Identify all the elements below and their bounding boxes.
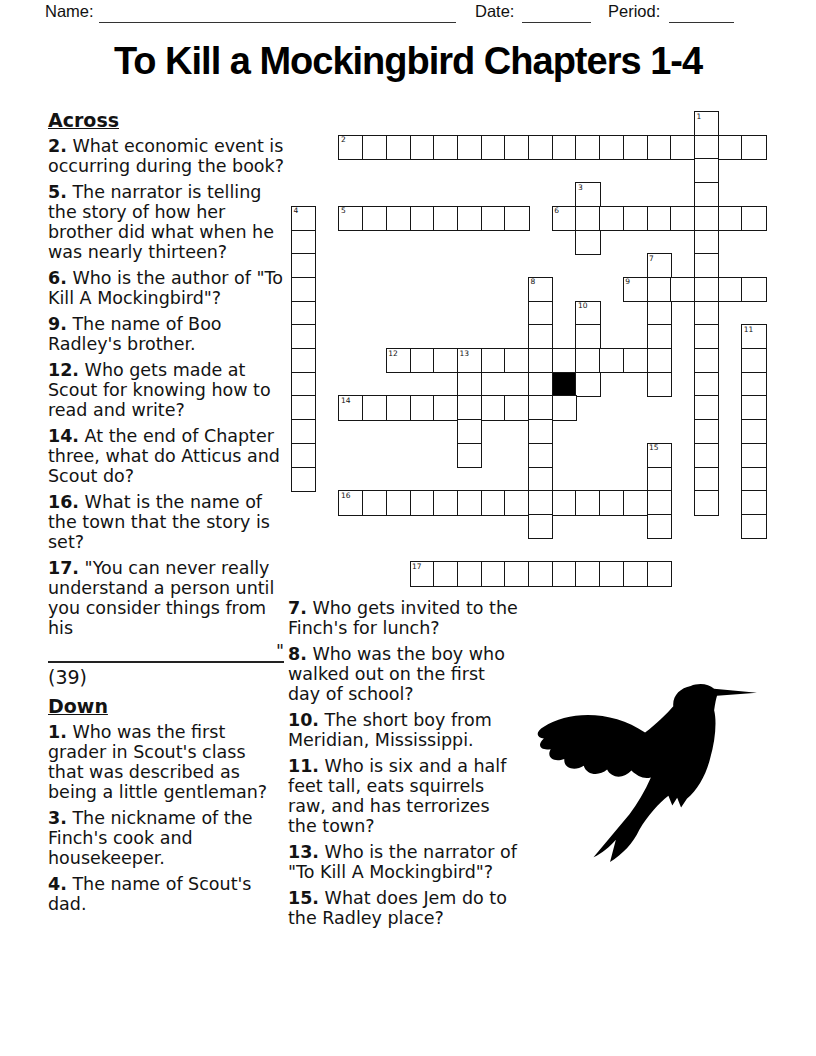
clue-number: 12.	[48, 360, 79, 380]
grid-cell[interactable]	[694, 395, 719, 420]
grid-cell[interactable]	[481, 206, 506, 231]
clue-number-label: 7	[649, 255, 654, 263]
clue-number-label: 5	[341, 207, 346, 215]
grid-cell[interactable]	[291, 372, 316, 397]
grid-cell[interactable]	[504, 490, 529, 515]
grid-cell[interactable]	[291, 253, 316, 278]
grid-cell[interactable]	[623, 490, 648, 515]
clue-number: 6.	[48, 268, 67, 288]
grid-cell[interactable]	[410, 135, 435, 160]
clue-number-label: 10	[578, 302, 588, 310]
clue-number-label: 17	[412, 563, 422, 571]
grid-cell[interactable]	[647, 561, 672, 586]
grid-cell[interactable]	[362, 490, 387, 515]
grid-cell[interactable]	[741, 419, 766, 444]
page-title: To Kill a Mockingbird Chapters 1-4	[0, 40, 816, 83]
grid-cell[interactable]	[718, 135, 743, 160]
grid-cell[interactable]: 7	[647, 253, 672, 278]
clue-number-label: 3	[578, 184, 583, 192]
grid-cell[interactable]	[599, 348, 624, 373]
grid-cell[interactable]	[457, 561, 482, 586]
grid-cell[interactable]	[741, 135, 766, 160]
grid-cell[interactable]: 2	[338, 135, 363, 160]
grid-cell[interactable]	[647, 324, 672, 349]
grid-cell[interactable]	[694, 490, 719, 515]
mockingbird-silhouette-illustration	[533, 683, 761, 863]
grid-cell[interactable]: 9	[623, 277, 648, 302]
grid-cell[interactable]	[528, 395, 553, 420]
grid-cell[interactable]	[410, 490, 435, 515]
grid-cell[interactable]	[504, 561, 529, 586]
grid-cell[interactable]	[741, 443, 766, 468]
grid-cell[interactable]	[575, 135, 600, 160]
grid-cell[interactable]	[552, 490, 577, 515]
clue-number: 10.	[288, 710, 319, 730]
grid-cell[interactable]	[504, 348, 529, 373]
answer-blank-line[interactable]	[48, 658, 284, 663]
grid-cell[interactable]	[623, 135, 648, 160]
clue-6: 6. Who is the author of "To Kill A Mocki…	[48, 268, 284, 308]
clue-12: 12. Who gets made at Scout for knowing h…	[48, 360, 284, 420]
clue-13: 13. Who is the narrator of "To Kill A Mo…	[288, 842, 520, 882]
clue-number: 17.	[48, 558, 79, 578]
grid-cell[interactable]	[433, 395, 458, 420]
date-blank-field[interactable]	[522, 7, 591, 23]
grid-cell[interactable]	[386, 206, 411, 231]
grid-cell[interactable]	[457, 443, 482, 468]
clue-number-label: 13	[459, 350, 469, 358]
grid-cell[interactable]	[291, 419, 316, 444]
grid-cell[interactable]: 15	[647, 443, 672, 468]
grid-cell[interactable]	[741, 372, 766, 397]
grid-cell[interactable]	[504, 206, 529, 231]
grid-cell[interactable]	[481, 395, 506, 420]
clue-5: 5. The narrator is telling the story of …	[48, 182, 284, 262]
grid-cell[interactable]	[457, 206, 482, 231]
grid-cell[interactable]	[504, 135, 529, 160]
grid-cell[interactable]	[552, 135, 577, 160]
grid-cell[interactable]	[528, 135, 553, 160]
grid-cell[interactable]	[552, 395, 577, 420]
grid-cell[interactable]	[528, 490, 553, 515]
clue-number-label: 8	[531, 278, 536, 286]
clue-number-label: 9	[625, 278, 630, 286]
grid-cell[interactable]: 17	[410, 561, 435, 586]
worksheet-page: Name: Date: Period: To Kill a Mockingbir…	[0, 0, 816, 1056]
clue-number: 8.	[288, 644, 307, 664]
clue-17: 17. "You can never really understand a p…	[48, 558, 284, 638]
clue-10: 10. The short boy from Meridian, Mississ…	[288, 710, 520, 750]
grid-cell[interactable]	[694, 182, 719, 207]
grid-cell[interactable]	[433, 206, 458, 231]
grid-cell[interactable]	[647, 514, 672, 539]
grid-cell[interactable]	[291, 324, 316, 349]
grid-cell[interactable]	[528, 372, 553, 397]
clue-number-label: 14	[341, 397, 351, 405]
grid-cell[interactable]: 12	[386, 348, 411, 373]
grid-cell[interactable]	[741, 467, 766, 492]
grid-cell[interactable]	[481, 372, 530, 397]
grid-cell[interactable]	[647, 301, 672, 326]
grid-cell[interactable]	[718, 277, 743, 302]
clue-3: 3. The nickname of the Finch's cook and …	[48, 808, 284, 868]
grid-cell[interactable]	[386, 395, 411, 420]
letter-count: (39)	[48, 666, 284, 688]
clue-7: 7. Who gets invited to the Finch's for l…	[288, 598, 520, 638]
grid-cell[interactable]	[457, 135, 482, 160]
clue-11: 11. Who is six and a half feet tall, eat…	[288, 756, 520, 836]
grid-cell[interactable]	[291, 467, 316, 492]
grid-cell[interactable]	[694, 443, 719, 468]
grid-cell[interactable]	[718, 206, 743, 231]
clue-number: 9.	[48, 314, 67, 334]
grid-cell[interactable]	[741, 490, 766, 515]
closing-quote: "	[48, 644, 284, 658]
clue-number: 13.	[288, 842, 319, 862]
grid-cell[interactable]	[647, 206, 672, 231]
grid-cell[interactable]	[599, 135, 624, 160]
clue-4: 4. The name of Scout's dad.	[48, 874, 284, 914]
grid-cell[interactable]	[410, 206, 435, 231]
grid-cell[interactable]	[291, 443, 316, 468]
date-label: Date:	[475, 2, 514, 21]
grid-cell[interactable]: 16	[338, 490, 363, 515]
grid-cell[interactable]: 4	[291, 206, 316, 231]
grid-cell[interactable]	[552, 348, 577, 373]
grid-cell[interactable]	[457, 372, 482, 397]
clue-number: 7.	[288, 598, 307, 618]
grid-cell[interactable]	[670, 135, 695, 160]
grid-cell[interactable]	[599, 206, 624, 231]
grid-cell[interactable]	[599, 561, 624, 586]
grid-cell[interactable]	[647, 372, 672, 397]
crossword-grid: 1234567891011121314151617	[291, 111, 768, 588]
clue-number: 3.	[48, 808, 67, 828]
clue-2: 2. What economic event is occurring duri…	[48, 136, 284, 176]
clue-1: 1. Who was the first grader in Scout's c…	[48, 722, 284, 802]
grid-cell[interactable]	[528, 467, 553, 492]
clue-number-label: 16	[341, 492, 351, 500]
grid-cell[interactable]	[552, 561, 577, 586]
grid-cell[interactable]	[291, 230, 316, 255]
grid-cell[interactable]	[410, 348, 435, 373]
grid-cell[interactable]	[386, 490, 411, 515]
grid-cell[interactable]	[481, 561, 506, 586]
grid-cell[interactable]	[362, 206, 387, 231]
grid-cell[interactable]	[694, 301, 719, 326]
clue-number-label: 15	[649, 444, 659, 452]
grid-cell[interactable]	[694, 277, 719, 302]
grid-cell[interactable]	[599, 490, 624, 515]
left-clue-column: Across2. What economic event is occurrin…	[48, 110, 284, 920]
grid-cell[interactable]	[741, 514, 766, 539]
grid-cell[interactable]: 13	[457, 348, 482, 373]
grid-cell[interactable]	[481, 348, 506, 373]
grid-cell[interactable]	[647, 135, 672, 160]
grid-cell[interactable]	[410, 395, 435, 420]
period-blank-field[interactable]	[669, 7, 734, 23]
clue-number: 16.	[48, 492, 79, 512]
grid-cell[interactable]	[528, 443, 553, 468]
clue-number: 15.	[288, 888, 319, 908]
clue-number: 4.	[48, 874, 67, 894]
grid-cell[interactable]	[575, 324, 600, 349]
name-blank-field[interactable]	[99, 7, 456, 23]
grid-cell[interactable]	[528, 514, 553, 539]
clue-number-label: 2	[341, 136, 346, 144]
grid-cell[interactable]	[362, 395, 387, 420]
grid-cell[interactable]	[575, 561, 600, 586]
clue-number-label: 11	[744, 326, 754, 334]
grid-cell[interactable]	[647, 490, 672, 515]
black-cell	[552, 372, 577, 397]
clue-number: 2.	[48, 136, 67, 156]
grid-cell[interactable]	[433, 135, 458, 160]
grid-cell[interactable]	[362, 135, 387, 160]
grid-cell[interactable]	[433, 348, 458, 373]
grid-cell[interactable]	[694, 135, 719, 160]
grid-cell[interactable]	[647, 277, 672, 302]
grid-cell[interactable]	[694, 206, 719, 231]
clue-number: 11.	[288, 756, 319, 776]
grid-cell[interactable]: 6	[552, 206, 577, 231]
grid-cell[interactable]: 1	[694, 111, 719, 136]
across-heading: Across	[48, 110, 284, 130]
grid-cell[interactable]	[694, 324, 719, 349]
grid-cell[interactable]	[741, 277, 766, 302]
down-heading: Down	[48, 696, 284, 716]
clue-number-label: 1	[696, 113, 701, 121]
grid-cell[interactable]	[528, 419, 553, 444]
middle-clue-column: 7. Who gets invited to the Finch's for l…	[288, 598, 520, 934]
grid-cell[interactable]	[528, 301, 553, 326]
grid-cell[interactable]	[575, 372, 600, 397]
grid-cell[interactable]	[741, 395, 766, 420]
grid-cell[interactable]	[694, 253, 719, 278]
clue-number-label: 6	[554, 207, 559, 215]
grid-cell[interactable]: 5	[338, 206, 363, 231]
grid-cell[interactable]	[741, 348, 766, 373]
grid-cell[interactable]	[528, 348, 553, 373]
grid-cell[interactable]	[623, 206, 648, 231]
grid-cell[interactable]	[291, 277, 316, 302]
grid-cell[interactable]	[694, 467, 719, 492]
grid-cell[interactable]	[575, 490, 600, 515]
grid-cell[interactable]	[694, 158, 719, 183]
grid-cell[interactable]	[504, 395, 529, 420]
clue-number-label: 12	[388, 350, 398, 358]
grid-cell[interactable]	[457, 395, 482, 420]
grid-cell[interactable]	[647, 348, 672, 373]
grid-cell[interactable]: 3	[575, 182, 600, 207]
grid-cell[interactable]: 10	[575, 301, 600, 326]
grid-cell[interactable]	[481, 490, 506, 515]
period-label: Period:	[608, 2, 660, 21]
grid-cell[interactable]	[433, 561, 458, 586]
grid-cell[interactable]	[623, 561, 648, 586]
grid-cell[interactable]	[291, 301, 316, 326]
grid-cell[interactable]	[457, 419, 482, 444]
clue-number: 1.	[48, 722, 67, 742]
grid-cell[interactable]	[575, 206, 600, 231]
name-label: Name:	[45, 2, 94, 21]
grid-cell[interactable]	[670, 206, 695, 231]
grid-cell[interactable]	[528, 324, 553, 349]
grid-cell[interactable]: 14	[338, 395, 363, 420]
grid-cell[interactable]	[670, 277, 695, 302]
clue-16: 16. What is the name of the town that th…	[48, 492, 284, 552]
grid-cell[interactable]	[694, 230, 719, 255]
grid-cell[interactable]	[291, 395, 316, 420]
clue-14: 14. At the end of Chapter three, what do…	[48, 426, 284, 486]
grid-cell[interactable]	[433, 490, 458, 515]
clue-8: 8. Who was the boy who walked out on the…	[288, 644, 520, 704]
grid-cell[interactable]	[647, 467, 672, 492]
grid-cell[interactable]	[694, 372, 719, 397]
grid-cell[interactable]	[575, 348, 600, 373]
grid-cell[interactable]: 8	[528, 277, 553, 302]
clue-15: 15. What does Jem do to the Radley place…	[288, 888, 520, 928]
grid-cell[interactable]	[386, 135, 411, 160]
grid-cell[interactable]	[291, 348, 316, 373]
grid-cell[interactable]: 11	[741, 324, 766, 349]
clue-9: 9. The name of Boo Radley's brother.	[48, 314, 284, 354]
clue-number-label: 4	[294, 207, 299, 215]
grid-cell[interactable]	[528, 561, 553, 586]
grid-cell[interactable]	[457, 490, 482, 515]
grid-cell[interactable]	[741, 206, 766, 231]
clue-number: 14.	[48, 426, 79, 446]
grid-cell[interactable]	[694, 419, 719, 444]
grid-cell[interactable]	[481, 135, 506, 160]
grid-cell[interactable]	[623, 348, 648, 373]
clue-number: 5.	[48, 182, 67, 202]
grid-cell[interactable]	[575, 230, 600, 255]
grid-cell[interactable]	[694, 348, 719, 373]
